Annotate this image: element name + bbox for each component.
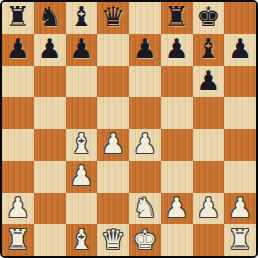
square-e5[interactable] bbox=[129, 97, 161, 129]
square-b1[interactable] bbox=[34, 224, 66, 256]
piece-black-pawn[interactable]: ♟ bbox=[38, 35, 62, 62]
chess-board: ♜♞♝♛♜♚♟♟♟♟♟♝♟♟♝♟♟♟♟♞♟♟♟♜♝♛♚♜ bbox=[2, 2, 256, 256]
square-b6[interactable] bbox=[34, 66, 66, 98]
square-d5[interactable] bbox=[97, 97, 129, 129]
square-h3[interactable] bbox=[224, 161, 256, 193]
square-d3[interactable] bbox=[97, 161, 129, 193]
piece-white-pawn[interactable]: ♟ bbox=[165, 194, 189, 221]
square-h7[interactable]: ♟ bbox=[224, 34, 256, 66]
square-h1[interactable]: ♜ bbox=[224, 224, 256, 256]
piece-black-bishop[interactable]: ♝ bbox=[196, 35, 220, 62]
square-g5[interactable] bbox=[193, 97, 225, 129]
square-c1[interactable]: ♝ bbox=[66, 224, 98, 256]
square-g7[interactable]: ♝ bbox=[193, 34, 225, 66]
square-d1[interactable]: ♛ bbox=[97, 224, 129, 256]
square-a4[interactable] bbox=[2, 129, 34, 161]
square-c8[interactable]: ♝ bbox=[66, 2, 98, 34]
chess-board-frame: ♜♞♝♛♜♚♟♟♟♟♟♝♟♟♝♟♟♟♟♞♟♟♟♜♝♛♚♜ bbox=[0, 0, 258, 258]
square-b4[interactable] bbox=[34, 129, 66, 161]
piece-white-pawn[interactable]: ♟ bbox=[133, 130, 157, 157]
square-f7[interactable]: ♟ bbox=[161, 34, 193, 66]
square-e3[interactable] bbox=[129, 161, 161, 193]
piece-white-pawn[interactable]: ♟ bbox=[69, 162, 93, 189]
piece-white-pawn[interactable]: ♟ bbox=[101, 130, 125, 157]
square-h6[interactable] bbox=[224, 66, 256, 98]
square-a7[interactable]: ♟ bbox=[2, 34, 34, 66]
piece-white-knight[interactable]: ♞ bbox=[133, 194, 157, 221]
square-d6[interactable] bbox=[97, 66, 129, 98]
piece-black-rook[interactable]: ♜ bbox=[165, 3, 189, 30]
piece-black-king[interactable]: ♚ bbox=[196, 3, 220, 30]
piece-black-pawn[interactable]: ♟ bbox=[165, 35, 189, 62]
square-b5[interactable] bbox=[34, 97, 66, 129]
piece-white-pawn[interactable]: ♟ bbox=[6, 194, 30, 221]
square-b2[interactable] bbox=[34, 193, 66, 225]
square-c6[interactable] bbox=[66, 66, 98, 98]
square-f2[interactable]: ♟ bbox=[161, 193, 193, 225]
square-e4[interactable]: ♟ bbox=[129, 129, 161, 161]
piece-black-pawn[interactable]: ♟ bbox=[133, 35, 157, 62]
square-e8[interactable] bbox=[129, 2, 161, 34]
square-f4[interactable] bbox=[161, 129, 193, 161]
square-h2[interactable]: ♟ bbox=[224, 193, 256, 225]
square-d2[interactable] bbox=[97, 193, 129, 225]
square-e7[interactable]: ♟ bbox=[129, 34, 161, 66]
square-f5[interactable] bbox=[161, 97, 193, 129]
piece-white-bishop[interactable]: ♝ bbox=[69, 130, 93, 157]
square-g1[interactable] bbox=[193, 224, 225, 256]
piece-black-rook[interactable]: ♜ bbox=[6, 3, 30, 30]
square-a5[interactable] bbox=[2, 97, 34, 129]
square-c2[interactable] bbox=[66, 193, 98, 225]
square-a8[interactable]: ♜ bbox=[2, 2, 34, 34]
square-a1[interactable]: ♜ bbox=[2, 224, 34, 256]
square-g4[interactable] bbox=[193, 129, 225, 161]
square-c5[interactable] bbox=[66, 97, 98, 129]
piece-black-queen[interactable]: ♛ bbox=[101, 3, 125, 30]
piece-black-bishop[interactable]: ♝ bbox=[69, 3, 93, 30]
piece-white-queen[interactable]: ♛ bbox=[101, 226, 125, 253]
square-a3[interactable] bbox=[2, 161, 34, 193]
square-e6[interactable] bbox=[129, 66, 161, 98]
square-f8[interactable]: ♜ bbox=[161, 2, 193, 34]
square-g3[interactable] bbox=[193, 161, 225, 193]
square-d4[interactable]: ♟ bbox=[97, 129, 129, 161]
piece-black-pawn[interactable]: ♟ bbox=[69, 35, 93, 62]
square-d8[interactable]: ♛ bbox=[97, 2, 129, 34]
square-h8[interactable] bbox=[224, 2, 256, 34]
square-a6[interactable] bbox=[2, 66, 34, 98]
square-g2[interactable]: ♟ bbox=[193, 193, 225, 225]
square-b3[interactable] bbox=[34, 161, 66, 193]
square-h4[interactable] bbox=[224, 129, 256, 161]
square-e1[interactable]: ♚ bbox=[129, 224, 161, 256]
square-c4[interactable]: ♝ bbox=[66, 129, 98, 161]
square-e2[interactable]: ♞ bbox=[129, 193, 161, 225]
square-b8[interactable]: ♞ bbox=[34, 2, 66, 34]
square-f3[interactable] bbox=[161, 161, 193, 193]
piece-white-pawn[interactable]: ♟ bbox=[228, 194, 252, 221]
square-b7[interactable]: ♟ bbox=[34, 34, 66, 66]
square-f6[interactable] bbox=[161, 66, 193, 98]
square-g8[interactable]: ♚ bbox=[193, 2, 225, 34]
piece-black-pawn[interactable]: ♟ bbox=[6, 35, 30, 62]
square-d7[interactable] bbox=[97, 34, 129, 66]
square-c7[interactable]: ♟ bbox=[66, 34, 98, 66]
piece-white-bishop[interactable]: ♝ bbox=[69, 226, 93, 253]
piece-black-pawn[interactable]: ♟ bbox=[196, 67, 220, 94]
square-f1[interactable] bbox=[161, 224, 193, 256]
piece-black-knight[interactable]: ♞ bbox=[38, 3, 62, 30]
piece-white-rook[interactable]: ♜ bbox=[6, 226, 30, 253]
piece-black-pawn[interactable]: ♟ bbox=[228, 35, 252, 62]
piece-white-pawn[interactable]: ♟ bbox=[196, 194, 220, 221]
square-c3[interactable]: ♟ bbox=[66, 161, 98, 193]
piece-white-king[interactable]: ♚ bbox=[133, 226, 157, 253]
piece-white-rook[interactable]: ♜ bbox=[228, 226, 252, 253]
square-g6[interactable]: ♟ bbox=[193, 66, 225, 98]
square-a2[interactable]: ♟ bbox=[2, 193, 34, 225]
square-h5[interactable] bbox=[224, 97, 256, 129]
diagram-background: ♜♞♝♛♜♚♟♟♟♟♟♝♟♟♝♟♟♟♟♞♟♟♟♜♝♛♚♜ bbox=[0, 0, 258, 258]
